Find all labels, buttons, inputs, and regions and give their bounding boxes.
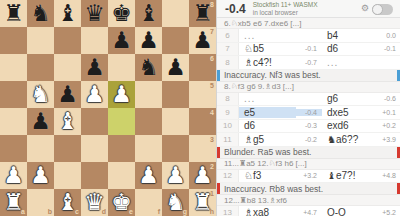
square-g4[interactable] bbox=[162, 108, 189, 135]
square-h3[interactable]: 3 bbox=[189, 135, 216, 162]
square-f2[interactable]: ♟ bbox=[135, 162, 162, 189]
judgment-bar-left bbox=[217, 183, 220, 194]
square-c6[interactable] bbox=[54, 54, 81, 81]
white-knight-piece: ♞ bbox=[27, 81, 54, 108]
move-row-8: 8♗c4?!-0.7... bbox=[217, 56, 400, 70]
square-g8[interactable] bbox=[162, 0, 189, 27]
white-eval: +3.2 bbox=[296, 172, 322, 179]
move-number: 11 bbox=[217, 133, 239, 146]
variation-text: 8.♘f3 g6 9.♗d3 [...] bbox=[224, 82, 294, 91]
square-e5[interactable]: ♟ bbox=[108, 81, 135, 108]
move-row-10: 10d6-0.3exd6+0.2 bbox=[217, 120, 400, 134]
square-a8[interactable]: ♜ bbox=[0, 0, 27, 27]
black-knight-piece: ♞ bbox=[27, 0, 54, 27]
square-a6[interactable] bbox=[0, 54, 27, 81]
move-number: 8 bbox=[217, 93, 239, 106]
black-move[interactable]: dxe5 bbox=[322, 107, 377, 118]
square-c3[interactable] bbox=[54, 135, 81, 162]
white-eval: -0.7 bbox=[296, 59, 322, 66]
coord-file-f: f bbox=[158, 208, 160, 215]
white-move: ... bbox=[239, 93, 296, 104]
judgment-bar-left bbox=[217, 70, 220, 81]
square-f4[interactable] bbox=[135, 108, 162, 135]
square-b4[interactable]: ♟ bbox=[27, 108, 54, 135]
move-number: 9 bbox=[217, 106, 239, 119]
judgment-comment: Blunder. Ra5 was best. bbox=[217, 147, 400, 159]
square-g5[interactable] bbox=[162, 81, 189, 108]
black-move[interactable]: ♞a6?? bbox=[322, 134, 377, 145]
square-d1[interactable]: ♛d bbox=[81, 189, 108, 216]
square-b7[interactable] bbox=[27, 27, 54, 54]
square-d7[interactable] bbox=[81, 27, 108, 54]
black-pawn-piece: ♟ bbox=[81, 54, 108, 81]
square-e1[interactable]: ♚e bbox=[108, 189, 135, 216]
black-move[interactable]: O-O bbox=[322, 207, 377, 216]
white-move[interactable]: ♘f3 bbox=[239, 170, 296, 181]
engine-location-line: in local browser bbox=[253, 9, 298, 16]
black-pawn-piece: ♟ bbox=[27, 108, 54, 135]
square-h6[interactable]: 6 bbox=[189, 54, 216, 81]
move-number: 8 bbox=[217, 56, 239, 69]
white-move[interactable]: ♗c4?! bbox=[239, 57, 296, 68]
move-number: 7 bbox=[217, 43, 239, 56]
coord-file-c: c bbox=[75, 208, 79, 215]
black-pawn-piece: ♟ bbox=[54, 81, 81, 108]
coord-rank-5: 5 bbox=[210, 82, 214, 89]
square-h2[interactable]: ♟2 bbox=[189, 162, 216, 189]
coord-file-e: e bbox=[129, 208, 133, 215]
square-c8[interactable]: ♝ bbox=[54, 0, 81, 27]
coord-rank-8: 8 bbox=[210, 1, 214, 8]
black-eval: +0.1 bbox=[377, 109, 400, 116]
black-move[interactable]: d6 bbox=[322, 43, 377, 54]
white-move[interactable]: ♗g5 bbox=[239, 134, 296, 145]
black-eval: +5.2 bbox=[377, 209, 400, 216]
square-e4[interactable] bbox=[108, 108, 135, 135]
chess-board: ♜♞♝♛♚♝♜8♟♟♟7♟♞♟6♞♟♟♟5♟♝43♟♟♟♟♟2♜ab♝c♛d♚e… bbox=[0, 0, 216, 216]
coord-rank-6: 6 bbox=[210, 55, 214, 62]
square-c7[interactable] bbox=[54, 27, 81, 54]
square-f8[interactable]: ♝ bbox=[135, 0, 162, 27]
black-eval: 0.0 bbox=[377, 32, 400, 39]
white-eval: +4.7 bbox=[296, 209, 322, 216]
toggle-knob bbox=[372, 4, 383, 15]
analysis-view: ♜♞♝♛♚♝♜8♟♟♟7♟♞♟6♞♟♟♟5♟♝43♟♟♟♟♟2♜ab♝c♛d♚e… bbox=[0, 0, 400, 216]
white-move[interactable]: d6 bbox=[239, 120, 296, 131]
engine-toggle[interactable] bbox=[372, 4, 393, 15]
coord-file-a: a bbox=[21, 208, 25, 215]
square-e6[interactable] bbox=[108, 54, 135, 81]
move-row-6: 6...b40.0 bbox=[217, 29, 400, 43]
square-e2[interactable] bbox=[108, 162, 135, 189]
white-pawn-piece: ♟ bbox=[81, 81, 108, 108]
square-a1[interactable]: ♜a bbox=[0, 189, 27, 216]
move-number: 13 bbox=[217, 206, 239, 216]
coord-file-h: h bbox=[210, 208, 214, 215]
move-row-11: 11♗g5-0.2♞a6??+3.9 bbox=[217, 133, 400, 147]
white-pawn-piece: ♟ bbox=[162, 162, 189, 189]
gear-icon[interactable]: ⚙ bbox=[361, 4, 369, 13]
square-h4[interactable]: 4 bbox=[189, 108, 216, 135]
coord-file-d: d bbox=[102, 208, 106, 215]
variation-text: 12...♜b8 13.♗xf6 bbox=[224, 196, 287, 205]
comment-text: Inaccuracy. Rb8 was best. bbox=[224, 184, 323, 194]
variation-line[interactable]: 8.♘f3 g6 9.♗d3 [...] bbox=[217, 82, 400, 93]
coord-rank-7: 7 bbox=[210, 28, 214, 35]
variation-line[interactable]: 6.♘xb5 e6 7.dxe6 [...] bbox=[217, 18, 400, 29]
square-g7[interactable] bbox=[162, 27, 189, 54]
comment-text: Blunder. Ra5 was best. bbox=[224, 147, 311, 157]
white-eval: -0.1 bbox=[296, 45, 322, 52]
judgment-comment: Inaccuracy. Nf3 was best. bbox=[217, 70, 400, 82]
square-c2[interactable] bbox=[54, 162, 81, 189]
square-a7[interactable] bbox=[0, 27, 27, 54]
square-a3[interactable] bbox=[0, 135, 27, 162]
square-d3[interactable] bbox=[81, 135, 108, 162]
variation-text: 6.♘xb5 e6 7.dxe6 [...] bbox=[224, 19, 301, 28]
square-c1[interactable]: ♝c bbox=[54, 189, 81, 216]
square-f1[interactable]: f bbox=[135, 189, 162, 216]
variation-text: 11...♜a5 12.♘f3 h6 [...] bbox=[224, 159, 307, 168]
square-b2[interactable]: ♟ bbox=[27, 162, 54, 189]
move-row-9: 9e5-0.4dxe5+0.1 bbox=[217, 106, 400, 120]
white-move[interactable]: ♘b5 bbox=[239, 43, 296, 54]
white-bishop-piece: ♝ bbox=[54, 108, 81, 135]
square-f6[interactable]: ♞ bbox=[135, 54, 162, 81]
black-pawn-piece: ♟ bbox=[108, 27, 135, 54]
move-number: 10 bbox=[217, 120, 239, 133]
white-pawn-piece: ♟ bbox=[135, 162, 162, 189]
black-move[interactable]: g6 bbox=[322, 93, 377, 104]
black-pawn-piece: ♟ bbox=[162, 54, 189, 81]
square-d8[interactable]: ♛ bbox=[81, 0, 108, 27]
black-bishop-piece: ♝ bbox=[135, 0, 162, 27]
square-b5[interactable]: ♞ bbox=[27, 81, 54, 108]
coord-rank-2: 2 bbox=[210, 163, 214, 170]
black-pawn-piece: ♟ bbox=[135, 27, 162, 54]
move-number: 12 bbox=[217, 170, 239, 183]
move-row-13: 13♗xa8+4.7O-O+5.2 bbox=[217, 206, 400, 216]
black-eval: +0.2 bbox=[377, 122, 400, 129]
coord-rank-3: 3 bbox=[210, 136, 214, 143]
engine-name-line: Stockfish 11+ WASMX bbox=[253, 1, 318, 8]
square-c5[interactable]: ♟ bbox=[54, 81, 81, 108]
black-rook-piece: ♜ bbox=[0, 0, 27, 27]
square-f7[interactable]: ♟ bbox=[135, 27, 162, 54]
white-eval: -0.3 bbox=[296, 122, 322, 129]
square-g1[interactable]: ♞g bbox=[162, 189, 189, 216]
square-g6[interactable]: ♟ bbox=[162, 54, 189, 81]
square-e8[interactable]: ♚ bbox=[108, 0, 135, 27]
move-number: 6 bbox=[217, 29, 239, 42]
black-eval: +4.8 bbox=[377, 172, 400, 179]
engine-name: Stockfish 11+ WASMX in local browser bbox=[253, 1, 318, 16]
black-eval: -0.1 bbox=[377, 45, 400, 52]
black-move[interactable]: exd6 bbox=[322, 120, 377, 131]
engine-header: -0.4 Stockfish 11+ WASMX in local browse… bbox=[217, 0, 400, 18]
square-g3[interactable] bbox=[162, 135, 189, 162]
black-eval: +3.9 bbox=[377, 136, 400, 143]
square-d4[interactable] bbox=[81, 108, 108, 135]
square-b3[interactable] bbox=[27, 135, 54, 162]
white-eval: -0.4 bbox=[296, 109, 322, 116]
comment-text: Inaccuracy. Nf3 was best. bbox=[224, 70, 321, 80]
coord-file-b: b bbox=[48, 208, 52, 215]
square-a5[interactable] bbox=[0, 81, 27, 108]
square-b1[interactable]: b bbox=[27, 189, 54, 216]
square-c4[interactable]: ♝ bbox=[54, 108, 81, 135]
square-d2[interactable] bbox=[81, 162, 108, 189]
square-h8[interactable]: ♜8 bbox=[189, 0, 216, 27]
square-a2[interactable]: ♟ bbox=[0, 162, 27, 189]
coord-rank-1: 1 bbox=[210, 190, 214, 197]
white-move[interactable]: ♗xa8 bbox=[239, 207, 296, 216]
move-row-7: 7♘b5-0.1d6-0.1 bbox=[217, 43, 400, 57]
square-d5[interactable]: ♟ bbox=[81, 81, 108, 108]
square-h7[interactable]: ♟7 bbox=[189, 27, 216, 54]
judgment-bar-left bbox=[217, 147, 220, 158]
white-move: ... bbox=[239, 30, 296, 41]
white-move[interactable]: e5 bbox=[239, 107, 296, 118]
black-move: ... bbox=[322, 57, 377, 68]
square-e7[interactable]: ♟ bbox=[108, 27, 135, 54]
black-move[interactable]: ♝e7?! bbox=[322, 170, 377, 181]
square-d6[interactable]: ♟ bbox=[81, 54, 108, 81]
square-g2[interactable]: ♟ bbox=[162, 162, 189, 189]
square-b8[interactable]: ♞ bbox=[27, 0, 54, 27]
coord-rank-4: 4 bbox=[210, 109, 214, 116]
square-f3[interactable] bbox=[135, 135, 162, 162]
move-row-12: 12♘f3+3.2♝e7?!+4.8 bbox=[217, 170, 400, 184]
square-h1[interactable]: ♜1h bbox=[189, 189, 216, 216]
move-list: 6.♘xb5 e6 7.dxe6 [...]6...b40.07♘b5-0.1d… bbox=[217, 18, 400, 216]
move-row-8: 8...g6-0.6 bbox=[217, 93, 400, 107]
black-king-piece: ♚ bbox=[108, 0, 135, 27]
white-pawn-piece: ♟ bbox=[27, 162, 54, 189]
square-e3[interactable] bbox=[108, 135, 135, 162]
black-bishop-piece: ♝ bbox=[54, 0, 81, 27]
black-eval: -0.6 bbox=[377, 95, 400, 102]
engine-panel: -0.4 Stockfish 11+ WASMX in local browse… bbox=[216, 0, 400, 216]
square-b6[interactable] bbox=[27, 54, 54, 81]
white-pawn-piece: ♟ bbox=[0, 162, 27, 189]
black-knight-piece: ♞ bbox=[135, 54, 162, 81]
variation-line[interactable]: 11...♜a5 12.♘f3 h6 [...] bbox=[217, 159, 400, 170]
square-h5[interactable]: 5 bbox=[189, 81, 216, 108]
square-f5[interactable] bbox=[135, 81, 162, 108]
judgment-comment: Inaccuracy. Rb8 was best. bbox=[217, 183, 400, 195]
coord-file-g: g bbox=[183, 208, 187, 215]
variation-line[interactable]: 12...♜b8 13.♗xf6 bbox=[217, 195, 400, 206]
eval-score: -0.4 bbox=[225, 2, 246, 16]
white-eval: -0.2 bbox=[296, 136, 322, 143]
black-move[interactable]: b4 bbox=[322, 30, 377, 41]
square-a4[interactable] bbox=[0, 108, 27, 135]
white-pawn-piece: ♟ bbox=[108, 81, 135, 108]
black-queen-piece: ♛ bbox=[81, 0, 108, 27]
